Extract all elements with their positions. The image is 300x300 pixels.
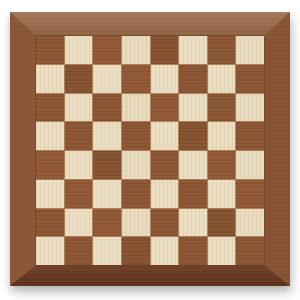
square-r1c2[interactable] [65,36,93,64]
square-r5c5[interactable] [151,151,179,179]
square-r6c7[interactable] [208,180,236,208]
square-r1c7[interactable] [208,36,236,64]
square-r3c6[interactable] [179,94,207,122]
frame-top-sheen [10,12,290,36]
square-r3c5[interactable] [151,94,179,122]
square-r8c7[interactable] [208,237,236,265]
square-r5c2[interactable] [65,151,93,179]
square-r6c8[interactable] [236,180,264,208]
square-r1c8[interactable] [236,36,264,64]
square-r3c4[interactable] [122,94,150,122]
square-r4c4[interactable] [122,122,150,150]
square-r5c4[interactable] [122,151,150,179]
square-r7c8[interactable] [236,209,264,237]
square-r7c4[interactable] [122,209,150,237]
square-r4c8[interactable] [236,122,264,150]
square-r6c2[interactable] [65,180,93,208]
square-r5c6[interactable] [179,151,207,179]
square-r4c1[interactable] [36,122,64,150]
square-r4c5[interactable] [151,122,179,150]
square-r2c5[interactable] [151,65,179,93]
square-r6c5[interactable] [151,180,179,208]
square-r2c3[interactable] [93,65,121,93]
square-r1c6[interactable] [179,36,207,64]
square-r8c6[interactable] [179,237,207,265]
square-r7c3[interactable] [93,209,121,237]
square-r1c4[interactable] [122,36,150,64]
square-r8c2[interactable] [65,237,93,265]
square-r3c3[interactable] [93,94,121,122]
square-r7c6[interactable] [179,209,207,237]
board-squares [36,36,264,265]
product-photo [0,0,300,300]
square-r6c6[interactable] [179,180,207,208]
square-r3c7[interactable] [208,94,236,122]
square-r6c3[interactable] [93,180,121,208]
square-r7c2[interactable] [65,209,93,237]
square-r2c7[interactable] [208,65,236,93]
square-r2c4[interactable] [122,65,150,93]
square-r7c7[interactable] [208,209,236,237]
square-r8c4[interactable] [122,237,150,265]
chess-board [10,12,290,286]
square-r8c1[interactable] [36,237,64,265]
square-r8c5[interactable] [151,237,179,265]
square-r8c8[interactable] [236,237,264,265]
square-r2c1[interactable] [36,65,64,93]
square-r7c5[interactable] [151,209,179,237]
square-r2c8[interactable] [236,65,264,93]
square-r4c7[interactable] [208,122,236,150]
square-r3c2[interactable] [65,94,93,122]
square-r3c1[interactable] [36,94,64,122]
square-r2c6[interactable] [179,65,207,93]
square-r1c1[interactable] [36,36,64,64]
square-r5c7[interactable] [208,151,236,179]
square-r1c5[interactable] [151,36,179,64]
square-r6c4[interactable] [122,180,150,208]
square-r5c8[interactable] [236,151,264,179]
square-r4c6[interactable] [179,122,207,150]
square-r3c8[interactable] [236,94,264,122]
square-r8c3[interactable] [93,237,121,265]
square-r5c3[interactable] [93,151,121,179]
square-r4c3[interactable] [93,122,121,150]
square-r1c3[interactable] [93,36,121,64]
square-r7c1[interactable] [36,209,64,237]
square-r2c2[interactable] [65,65,93,93]
square-r4c2[interactable] [65,122,93,150]
square-r6c1[interactable] [36,180,64,208]
square-r5c1[interactable] [36,151,64,179]
